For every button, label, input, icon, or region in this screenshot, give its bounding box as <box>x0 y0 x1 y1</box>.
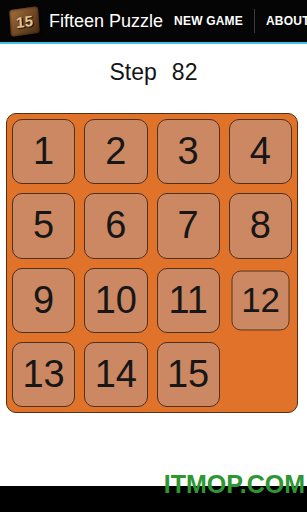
app-icon: 15 <box>9 6 40 37</box>
tile-2[interactable]: 2 <box>84 119 147 184</box>
tile-10[interactable]: 10 <box>84 268 147 333</box>
step-label: Step <box>110 58 157 86</box>
tile-14[interactable]: 14 <box>84 342 147 407</box>
step-count: 82 <box>172 58 198 86</box>
tile-3[interactable]: 3 <box>157 119 220 184</box>
app-title: Fifteen Puzzle <box>49 11 163 32</box>
puzzle-board: 123456789101112131415 <box>6 113 298 413</box>
about-button[interactable]: ABOUT <box>255 14 307 28</box>
tile-7[interactable]: 7 <box>157 193 220 258</box>
tile-13[interactable]: 13 <box>12 342 75 407</box>
new-game-button[interactable]: NEW GAME <box>163 14 254 28</box>
tile-12[interactable]: 12 <box>231 270 289 330</box>
tile-8[interactable]: 8 <box>229 193 292 258</box>
tile-1[interactable]: 1 <box>12 119 75 184</box>
action-bar: 15 Fifteen Puzzle NEW GAME ABOUT <box>0 0 307 44</box>
tile-4[interactable]: 4 <box>229 119 292 184</box>
tile-6[interactable]: 6 <box>84 193 147 258</box>
tile-15[interactable]: 15 <box>157 342 220 407</box>
watermark-text: ITMOP.COM <box>164 471 305 497</box>
step-counter: Step 82 <box>0 58 307 86</box>
app-icon-label: 15 <box>16 11 34 30</box>
empty-cell <box>229 342 292 407</box>
tile-5[interactable]: 5 <box>12 193 75 258</box>
tile-11[interactable]: 11 <box>157 268 220 333</box>
tile-9[interactable]: 9 <box>12 268 75 333</box>
